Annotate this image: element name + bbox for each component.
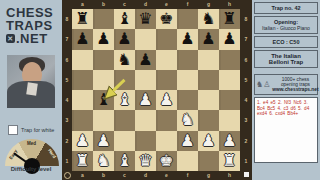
square-a3[interactable] <box>72 110 93 130</box>
trap-title-box: The Italian Belloni Trap <box>254 50 318 68</box>
square-b6[interactable] <box>93 50 114 70</box>
coord-label: 4 <box>240 90 252 110</box>
white-bishop-piece[interactable]: ♝ <box>117 92 131 108</box>
square-e8[interactable]: ♚ <box>156 9 177 29</box>
square-g4[interactable] <box>198 90 219 110</box>
square-b1[interactable]: ♞ <box>93 151 114 171</box>
coord-label: b <box>93 1 114 9</box>
difficulty-med-label: Med <box>27 141 36 146</box>
promo-url[interactable]: www.chesstraps.net <box>272 87 318 92</box>
white-king-piece[interactable]: ♚ <box>159 153 173 169</box>
square-g8[interactable]: ♞ <box>198 9 219 29</box>
coord-label: 2 <box>62 131 72 151</box>
square-d7[interactable] <box>135 29 156 49</box>
square-a5[interactable] <box>72 70 93 90</box>
white-queen-piece[interactable]: ♛ <box>138 153 152 169</box>
square-g6[interactable] <box>198 50 219 70</box>
square-b5[interactable] <box>93 70 114 90</box>
opening-name: Italian - Giuoco Piano <box>256 25 316 31</box>
square-f5[interactable] <box>177 70 198 90</box>
square-c6[interactable]: ♞ <box>114 50 135 70</box>
square-b7[interactable]: ♟ <box>93 29 114 49</box>
square-f1[interactable] <box>177 151 198 171</box>
square-d5[interactable] <box>135 70 156 90</box>
square-f2[interactable]: ♟ <box>177 131 198 151</box>
coord-label: 7 <box>240 29 252 49</box>
square-d2[interactable] <box>135 131 156 151</box>
square-h7[interactable]: ♟ <box>219 29 240 49</box>
square-a1[interactable]: ♜ <box>72 151 93 171</box>
square-f7[interactable]: ♟ <box>177 29 198 49</box>
square-a6[interactable] <box>72 50 93 70</box>
promo-text: 1000+ chess opening traps www.chesstraps… <box>272 77 318 92</box>
coord-label: g <box>198 172 219 180</box>
rank-labels-left: 87654321 <box>62 9 72 171</box>
square-a8[interactable]: ♜ <box>72 9 93 29</box>
black-queen-piece[interactable]: ♛ <box>138 11 152 27</box>
square-g3[interactable] <box>198 110 219 130</box>
black-pawn-piece[interactable]: ♟ <box>201 31 215 47</box>
square-e2[interactable] <box>156 131 177 151</box>
square-e3[interactable] <box>156 110 177 130</box>
black-bishop-piece[interactable]: ♝ <box>117 11 131 27</box>
trap-for-white-row: Trap for white <box>8 125 54 135</box>
square-d1[interactable]: ♛ <box>135 151 156 171</box>
coord-label: d <box>135 172 156 180</box>
coord-label: 8 <box>62 9 72 29</box>
coord-label: 8 <box>240 9 252 29</box>
moves-box: 1. e4 e5 2. Nf3 Nc6 3. Bc4 Bc5 4. c3 d6 … <box>254 97 318 163</box>
square-e1[interactable]: ♚ <box>156 151 177 171</box>
white-knight-piece[interactable]: ♞ <box>96 153 110 169</box>
trap-for-white-label: Trap for white <box>21 127 54 133</box>
board-squares: ♜♝♛♚♞♜♟♟♟♟♟♟♞♟♝♝♟♟♞♟♟♟♟♟♜♞♝♛♚♜ <box>72 9 240 171</box>
site-logo: CHESS TRAPS ✕ .NET <box>6 6 62 45</box>
square-h5[interactable] <box>219 70 240 90</box>
square-e6[interactable] <box>156 50 177 70</box>
square-g1[interactable] <box>198 151 219 171</box>
eco-code: ECO : C50 <box>256 39 316 45</box>
square-b4[interactable]: ♝ <box>93 90 114 110</box>
square-f6[interactable] <box>177 50 198 70</box>
black-pawn-piece[interactable]: ♟ <box>138 52 152 68</box>
trap-title-line2: Belloni Trap <box>256 59 316 65</box>
coord-label: b <box>93 172 114 180</box>
opening-box: Opening: Italian - Giuoco Piano <box>254 16 318 34</box>
square-g7[interactable]: ♟ <box>198 29 219 49</box>
coord-label: 3 <box>62 110 72 130</box>
black-pawn-piece[interactable]: ♟ <box>96 31 110 47</box>
white-pawn-piece[interactable]: ♟ <box>180 133 194 149</box>
coord-label: g <box>198 1 219 9</box>
square-f8[interactable] <box>177 9 198 29</box>
white-to-move-indicator-icon <box>244 172 249 177</box>
white-pawn-piece[interactable]: ♟ <box>159 92 173 108</box>
square-h2[interactable]: ♟ <box>219 131 240 151</box>
right-panel: Trap no. 42 Opening: Italian - Giuoco Pi… <box>252 0 320 180</box>
square-b3[interactable] <box>93 110 114 130</box>
square-a7[interactable]: ♟ <box>72 29 93 49</box>
square-c7[interactable]: ♟ <box>114 29 135 49</box>
square-c5[interactable] <box>114 70 135 90</box>
square-f3[interactable]: ♞ <box>177 110 198 130</box>
square-b8[interactable] <box>93 9 114 29</box>
logo-line-3: .NET <box>16 32 48 45</box>
photo-collar <box>26 82 38 95</box>
file-labels-top: abcdefgh <box>72 1 240 9</box>
white-pawn-piece[interactable]: ♟ <box>201 133 215 149</box>
square-d4[interactable]: ♟ <box>135 90 156 110</box>
coord-label: f <box>177 172 198 180</box>
square-h8[interactable]: ♜ <box>219 9 240 29</box>
square-c3[interactable] <box>114 110 135 130</box>
coord-label: 3 <box>240 110 252 130</box>
square-d3[interactable] <box>135 110 156 130</box>
white-pawn-piece[interactable]: ♟ <box>222 133 236 149</box>
trap-number: Trap no. 42 <box>256 5 316 11</box>
square-e4[interactable]: ♟ <box>156 90 177 110</box>
black-pawn-piece[interactable]: ♟ <box>222 31 236 47</box>
square-h1[interactable]: ♜ <box>219 151 240 171</box>
x-icon: ✕ <box>6 34 15 43</box>
white-rook-piece[interactable]: ♜ <box>75 153 89 169</box>
coord-label: 2 <box>240 131 252 151</box>
square-b2[interactable]: ♟ <box>93 131 114 151</box>
coord-label: e <box>156 1 177 9</box>
square-h3[interactable] <box>219 110 240 130</box>
square-c8[interactable]: ♝ <box>114 9 135 29</box>
white-bishop-piece[interactable]: ♝ <box>117 153 131 169</box>
black-move-indicator-icon <box>64 172 71 179</box>
square-g2[interactable]: ♟ <box>198 131 219 151</box>
coord-label: 1 <box>240 151 252 171</box>
chess-pieces-icon: ♞♙ <box>256 81 270 89</box>
square-e5[interactable] <box>156 70 177 90</box>
black-king-piece[interactable]: ♚ <box>159 11 173 27</box>
coord-label: a <box>72 172 93 180</box>
black-pawn-piece[interactable]: ♟ <box>75 31 89 47</box>
eco-box: ECO : C50 <box>254 36 318 48</box>
chess-board: abcdefgh abcdefgh 87654321 87654321 ♜♝♛♚… <box>62 0 252 180</box>
square-h4[interactable] <box>219 90 240 110</box>
coord-label: h <box>219 1 240 9</box>
coord-label: 7 <box>62 29 72 49</box>
square-f4[interactable] <box>177 90 198 110</box>
white-pawn-piece[interactable]: ♟ <box>96 133 110 149</box>
coord-label: a <box>72 1 93 9</box>
coord-label: h <box>219 172 240 180</box>
rank-labels-right: 87654321 <box>240 9 252 171</box>
white-pawn-piece[interactable]: ♟ <box>75 133 89 149</box>
square-c2[interactable] <box>114 131 135 151</box>
square-e7[interactable] <box>156 29 177 49</box>
presenter-photo <box>7 55 55 108</box>
coord-label: e <box>156 172 177 180</box>
trap-for-white-checkbox[interactable] <box>8 125 18 135</box>
black-knight-piece[interactable]: ♞ <box>201 11 215 27</box>
square-c1[interactable]: ♝ <box>114 151 135 171</box>
square-g5[interactable] <box>198 70 219 90</box>
square-h6[interactable] <box>219 50 240 70</box>
coord-label: d <box>135 1 156 9</box>
coord-label: 1 <box>62 151 72 171</box>
square-c4[interactable]: ♝ <box>114 90 135 110</box>
left-panel: CHESS TRAPS ✕ .NET Trap for white Easy M… <box>0 0 62 180</box>
trap-number-box: Trap no. 42 <box>254 2 318 14</box>
square-d6[interactable]: ♟ <box>135 50 156 70</box>
white-pawn-piece[interactable]: ♟ <box>138 92 152 108</box>
black-rook-piece[interactable]: ♜ <box>222 11 236 27</box>
difficulty-gauge: Easy Med Hard <box>5 139 59 166</box>
difficulty-level-label: Difficulty level <box>0 166 62 172</box>
coord-label: 6 <box>240 50 252 70</box>
square-d8[interactable]: ♛ <box>135 9 156 29</box>
moves-list: 1. e4 e5 2. Nf3 Nc6 3. Bc4 Bc5 4. c3 d6 … <box>257 100 315 117</box>
coord-label: f <box>177 1 198 9</box>
black-knight-piece[interactable]: ♞ <box>117 52 131 68</box>
coord-label: 6 <box>62 50 72 70</box>
coord-label: 5 <box>62 70 72 90</box>
square-a2[interactable]: ♟ <box>72 131 93 151</box>
coord-label: 5 <box>240 70 252 90</box>
black-bishop-piece[interactable]: ♝ <box>96 92 110 108</box>
coord-label: c <box>114 172 135 180</box>
coord-label: 4 <box>62 90 72 110</box>
file-labels-bottom: abcdefgh <box>72 172 240 180</box>
white-rook-piece[interactable]: ♜ <box>222 153 236 169</box>
black-pawn-piece[interactable]: ♟ <box>117 31 131 47</box>
coord-label: c <box>114 1 135 9</box>
black-pawn-piece[interactable]: ♟ <box>180 31 194 47</box>
promo-box: ♞♙ 1000+ chess opening traps www.chesstr… <box>254 74 318 95</box>
black-rook-piece[interactable]: ♜ <box>75 11 89 27</box>
white-knight-piece[interactable]: ♞ <box>180 112 194 128</box>
square-a4[interactable] <box>72 90 93 110</box>
